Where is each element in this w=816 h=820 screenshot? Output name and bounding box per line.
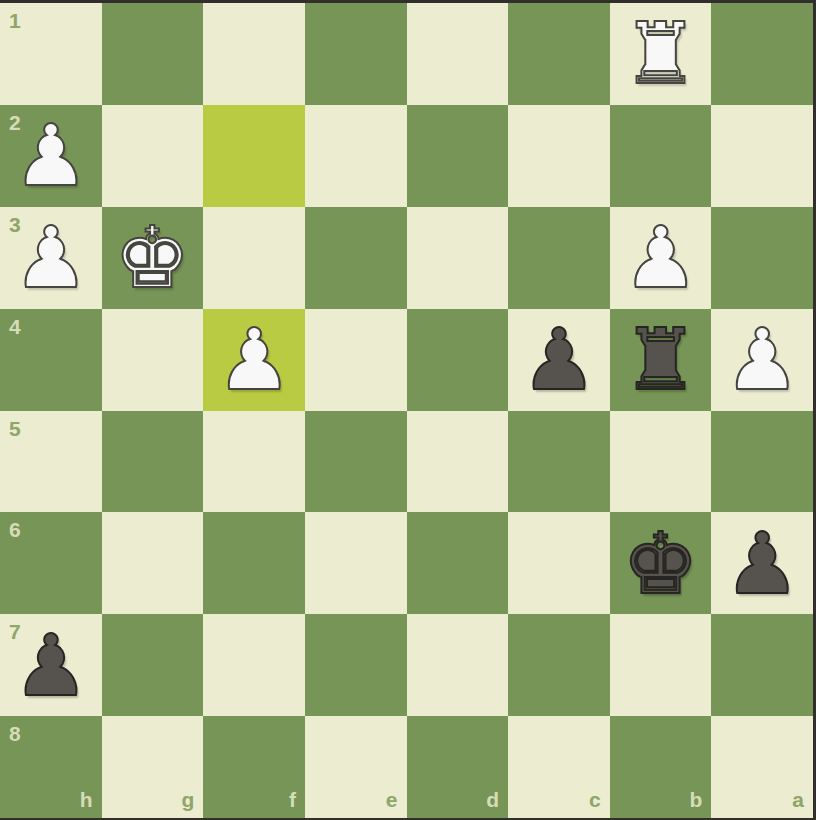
square-c2[interactable] xyxy=(508,105,610,207)
square-b4[interactable]: ♜ xyxy=(610,309,712,411)
rank-label-5: 5 xyxy=(9,417,21,441)
rank-label-6: 6 xyxy=(9,518,21,542)
square-e3[interactable] xyxy=(305,207,407,309)
square-a5[interactable] xyxy=(711,411,813,513)
square-a7[interactable] xyxy=(711,614,813,716)
square-a2[interactable] xyxy=(711,105,813,207)
square-h3[interactable]: 3♟ xyxy=(0,207,102,309)
square-e2[interactable] xyxy=(305,105,407,207)
square-h8[interactable]: 8h xyxy=(0,716,102,818)
page-background: 1♜2♟3♟♚♟4♟♟♜♟56♚♟7♟8hgfedcba xyxy=(0,0,816,820)
rank-label-4: 4 xyxy=(9,315,21,339)
square-c6[interactable] xyxy=(508,512,610,614)
square-g8[interactable]: g xyxy=(102,716,204,818)
chess-board: 1♜2♟3♟♚♟4♟♟♜♟56♚♟7♟8hgfedcba xyxy=(0,3,813,818)
white-king[interactable]: ♚ xyxy=(102,207,204,309)
square-e8[interactable]: e xyxy=(305,716,407,818)
square-g5[interactable] xyxy=(102,411,204,513)
square-d3[interactable] xyxy=(407,207,509,309)
square-a8[interactable]: a xyxy=(711,716,813,818)
rank-label-8: 8 xyxy=(9,722,21,746)
square-a1[interactable] xyxy=(711,3,813,105)
square-f1[interactable] xyxy=(203,3,305,105)
file-label-b: b xyxy=(690,788,703,812)
white-pawn[interactable]: ♟ xyxy=(610,207,712,309)
square-g1[interactable] xyxy=(102,3,204,105)
square-d7[interactable] xyxy=(407,614,509,716)
square-a4[interactable]: ♟ xyxy=(711,309,813,411)
square-d8[interactable]: d xyxy=(407,716,509,818)
file-label-d: d xyxy=(486,788,499,812)
square-a3[interactable] xyxy=(711,207,813,309)
square-c1[interactable] xyxy=(508,3,610,105)
square-b8[interactable]: b xyxy=(610,716,712,818)
square-e6[interactable] xyxy=(305,512,407,614)
square-c8[interactable]: c xyxy=(508,716,610,818)
square-e4[interactable] xyxy=(305,309,407,411)
square-d2[interactable] xyxy=(407,105,509,207)
file-label-g: g xyxy=(181,788,194,812)
white-pawn[interactable]: ♟ xyxy=(0,105,102,207)
file-label-c: c xyxy=(589,788,601,812)
square-d6[interactable] xyxy=(407,512,509,614)
square-g2[interactable] xyxy=(102,105,204,207)
white-pawn[interactable]: ♟ xyxy=(203,309,305,411)
square-b7[interactable] xyxy=(610,614,712,716)
square-b6[interactable]: ♚ xyxy=(610,512,712,614)
black-pawn[interactable]: ♟ xyxy=(0,614,102,716)
square-c7[interactable] xyxy=(508,614,610,716)
white-pawn[interactable]: ♟ xyxy=(0,207,102,309)
square-b5[interactable] xyxy=(610,411,712,513)
square-b3[interactable]: ♟ xyxy=(610,207,712,309)
square-f4[interactable]: ♟ xyxy=(203,309,305,411)
file-label-a: a xyxy=(792,788,804,812)
black-rook[interactable]: ♜ xyxy=(610,309,712,411)
black-pawn[interactable]: ♟ xyxy=(508,309,610,411)
square-f2[interactable] xyxy=(203,105,305,207)
black-pawn[interactable]: ♟ xyxy=(711,512,813,614)
rank-label-1: 1 xyxy=(9,9,21,33)
square-f7[interactable] xyxy=(203,614,305,716)
square-d1[interactable] xyxy=(407,3,509,105)
square-h2[interactable]: 2♟ xyxy=(0,105,102,207)
square-h5[interactable]: 5 xyxy=(0,411,102,513)
square-g4[interactable] xyxy=(102,309,204,411)
square-h1[interactable]: 1 xyxy=(0,3,102,105)
square-e5[interactable] xyxy=(305,411,407,513)
square-e7[interactable] xyxy=(305,614,407,716)
square-a6[interactable]: ♟ xyxy=(711,512,813,614)
square-f6[interactable] xyxy=(203,512,305,614)
file-label-h: h xyxy=(80,788,93,812)
square-e1[interactable] xyxy=(305,3,407,105)
white-rook[interactable]: ♜ xyxy=(610,3,712,105)
square-f3[interactable] xyxy=(203,207,305,309)
square-g7[interactable] xyxy=(102,614,204,716)
square-c4[interactable]: ♟ xyxy=(508,309,610,411)
file-label-f: f xyxy=(289,788,296,812)
black-king[interactable]: ♚ xyxy=(610,512,712,614)
square-b1[interactable]: ♜ xyxy=(610,3,712,105)
file-label-e: e xyxy=(386,788,398,812)
square-f8[interactable]: f xyxy=(203,716,305,818)
square-d5[interactable] xyxy=(407,411,509,513)
square-h4[interactable]: 4 xyxy=(0,309,102,411)
square-g6[interactable] xyxy=(102,512,204,614)
square-h6[interactable]: 6 xyxy=(0,512,102,614)
square-b2[interactable] xyxy=(610,105,712,207)
square-c3[interactable] xyxy=(508,207,610,309)
square-f5[interactable] xyxy=(203,411,305,513)
square-g3[interactable]: ♚ xyxy=(102,207,204,309)
square-h7[interactable]: 7♟ xyxy=(0,614,102,716)
square-c5[interactable] xyxy=(508,411,610,513)
square-d4[interactable] xyxy=(407,309,509,411)
white-pawn[interactable]: ♟ xyxy=(711,309,813,411)
